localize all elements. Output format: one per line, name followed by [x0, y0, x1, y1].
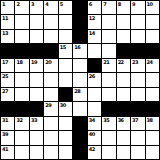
white-cell-r6c11[interactable] [146, 73, 159, 86]
white-cell-r6c1[interactable]: 25 [1, 73, 14, 86]
white-cell-r11c3[interactable] [30, 146, 43, 159]
black-cell-r4c4 [44, 44, 57, 57]
white-cell-r7c4[interactable] [44, 88, 57, 101]
white-cell-r9c10[interactable]: 37 [131, 117, 144, 130]
white-cell-r9c7[interactable]: 34 [88, 117, 101, 130]
white-cell-r1c10[interactable]: 9 [131, 1, 144, 14]
white-cell-r1c8[interactable]: 7 [102, 1, 115, 14]
white-cell-r1c3[interactable]: 3 [30, 1, 43, 14]
white-cell-r6c9[interactable] [117, 73, 130, 86]
black-cell-r8c10 [131, 102, 144, 115]
clue-number: 10 [147, 1, 153, 7]
white-cell-r9c4[interactable] [44, 117, 57, 130]
clue-number: 30 [60, 102, 66, 108]
clue-number: 19 [31, 59, 37, 65]
black-cell-r5c7 [88, 59, 101, 72]
white-cell-r7c1[interactable]: 27 [1, 88, 14, 101]
white-cell-r2c4[interactable] [44, 15, 57, 28]
white-cell-r10c2[interactable] [15, 131, 28, 144]
black-cell-r4c10 [131, 44, 144, 57]
clue-number: 18 [16, 59, 22, 65]
crossword-grid: 1234567891011121314151617181920212223242… [0, 0, 160, 160]
black-cell-r3c6 [73, 30, 86, 43]
white-cell-r6c8[interactable] [102, 73, 115, 86]
white-cell-r11c2[interactable] [15, 146, 28, 159]
black-cell-r8c11 [146, 102, 159, 115]
white-cell-r3c5[interactable] [59, 30, 72, 43]
white-cell-r3c1[interactable]: 13 [1, 30, 14, 43]
white-cell-r8c4[interactable]: 29 [44, 102, 57, 115]
white-cell-r10c3[interactable] [30, 131, 43, 144]
white-cell-r5c5[interactable] [59, 59, 72, 72]
white-cell-r11c8[interactable] [102, 146, 115, 159]
white-cell-r7c8[interactable] [102, 88, 115, 101]
white-cell-r6c2[interactable] [15, 73, 28, 86]
white-cell-r6c6[interactable] [73, 73, 86, 86]
white-cell-r6c7[interactable]: 26 [88, 73, 101, 86]
black-cell-r8c9 [117, 102, 130, 115]
white-cell-r10c7[interactable]: 40 [88, 131, 101, 144]
white-cell-r2c7[interactable]: 12 [88, 15, 101, 28]
white-cell-r7c9[interactable] [117, 88, 130, 101]
white-cell-r9c5[interactable] [59, 117, 72, 130]
white-cell-r10c11[interactable] [146, 131, 159, 144]
clue-number: 36 [118, 117, 124, 123]
white-cell-r11c10[interactable] [131, 146, 144, 159]
white-cell-r1c5[interactable]: 5 [59, 1, 72, 14]
white-cell-r5c8[interactable]: 21 [102, 59, 115, 72]
white-cell-r10c1[interactable]: 39 [1, 131, 14, 144]
clue-number: 1 [2, 1, 5, 7]
white-cell-r8c6[interactable] [73, 102, 86, 115]
clue-number: 23 [132, 59, 138, 65]
white-cell-r2c3[interactable] [30, 15, 43, 28]
white-cell-r5c6[interactable] [73, 59, 86, 72]
white-cell-r5c9[interactable]: 22 [117, 59, 130, 72]
white-cell-r2c10[interactable] [131, 15, 144, 28]
white-cell-r4c5[interactable]: 15 [59, 44, 72, 57]
white-cell-r10c4[interactable] [44, 131, 57, 144]
white-cell-r9c9[interactable]: 36 [117, 117, 130, 130]
white-cell-r11c4[interactable] [44, 146, 57, 159]
black-cell-r4c2 [15, 44, 28, 57]
clue-number: 7 [103, 1, 106, 7]
white-cell-r2c1[interactable]: 11 [1, 15, 14, 28]
black-cell-r8c3 [30, 102, 43, 115]
clue-number: 31 [2, 117, 8, 123]
white-cell-r11c5[interactable] [59, 146, 72, 159]
white-cell-r1c9[interactable]: 8 [117, 1, 130, 14]
white-cell-r1c11[interactable]: 10 [146, 1, 159, 14]
black-cell-r8c2 [15, 102, 28, 115]
white-cell-r9c1[interactable]: 31 [1, 117, 14, 130]
white-cell-r7c10[interactable] [131, 88, 144, 101]
white-cell-r11c7[interactable]: 42 [88, 146, 101, 159]
black-cell-r4c11 [146, 44, 159, 57]
clue-number: 2 [16, 1, 19, 7]
white-cell-r6c3[interactable] [30, 73, 43, 86]
white-cell-r6c10[interactable] [131, 73, 144, 86]
white-cell-r10c5[interactable] [59, 131, 72, 144]
white-cell-r1c7[interactable]: 6 [88, 1, 101, 14]
clue-number: 24 [147, 59, 153, 65]
white-cell-r1c4[interactable]: 4 [44, 1, 57, 14]
white-cell-r7c3[interactable] [30, 88, 43, 101]
clue-number: 9 [132, 1, 135, 7]
clue-number: 39 [2, 131, 8, 137]
white-cell-r3c8[interactable] [102, 30, 115, 43]
white-cell-r6c5[interactable] [59, 73, 72, 86]
clue-number: 37 [132, 117, 138, 123]
clue-number: 20 [45, 59, 51, 65]
white-cell-r2c8[interactable] [102, 15, 115, 28]
clue-number: 8 [118, 1, 121, 7]
clue-number: 35 [103, 117, 109, 123]
clue-number: 22 [118, 59, 124, 65]
white-cell-r2c9[interactable] [117, 15, 130, 28]
white-cell-r1c1[interactable]: 1 [1, 1, 14, 14]
clue-number: 17 [2, 59, 8, 65]
clue-number: 32 [16, 117, 22, 123]
white-cell-r10c8[interactable] [102, 131, 115, 144]
clue-number: 40 [89, 131, 95, 137]
clue-number: 34 [89, 117, 95, 123]
black-cell-r7c5 [59, 88, 72, 101]
white-cell-r4c8[interactable] [102, 44, 115, 57]
clue-number: 13 [2, 30, 8, 36]
black-cell-r4c1 [1, 44, 14, 57]
clue-number: 16 [74, 44, 80, 50]
white-cell-r8c7[interactable] [88, 102, 101, 115]
white-cell-r1c2[interactable]: 2 [15, 1, 28, 14]
clue-number: 4 [45, 1, 48, 7]
white-cell-r6c4[interactable] [44, 73, 57, 86]
white-cell-r7c7[interactable] [88, 88, 101, 101]
white-cell-r9c3[interactable]: 33 [30, 117, 43, 130]
white-cell-r10c10[interactable] [131, 131, 144, 144]
white-cell-r11c1[interactable]: 41 [1, 146, 14, 159]
white-cell-r11c9[interactable] [117, 146, 130, 159]
black-cell-r4c9 [117, 44, 130, 57]
clue-number: 21 [103, 59, 109, 65]
white-cell-r2c11[interactable] [146, 15, 159, 28]
white-cell-r4c6[interactable]: 16 [73, 44, 86, 57]
white-cell-r7c2[interactable] [15, 88, 28, 101]
clue-number: 28 [74, 88, 80, 94]
black-cell-r2c6 [73, 15, 86, 28]
clue-number: 5 [60, 1, 63, 7]
black-cell-r1c6 [73, 1, 86, 14]
clue-number: 29 [45, 102, 51, 108]
white-cell-r3c11[interactable] [146, 30, 159, 43]
white-cell-r7c11[interactable] [146, 88, 159, 101]
white-cell-r5c11[interactable]: 24 [146, 59, 159, 72]
white-cell-r8c5[interactable]: 30 [59, 102, 72, 115]
clue-number: 38 [147, 117, 153, 123]
clue-number: 41 [2, 146, 8, 152]
black-cell-r9c6 [73, 117, 86, 130]
clue-number: 25 [2, 73, 8, 79]
white-cell-r9c2[interactable]: 32 [15, 117, 28, 130]
white-cell-r10c9[interactable] [117, 131, 130, 144]
white-cell-r5c2[interactable]: 18 [15, 59, 28, 72]
white-cell-r3c7[interactable]: 14 [88, 30, 101, 43]
white-cell-r11c11[interactable] [146, 146, 159, 159]
white-cell-r5c1[interactable]: 17 [1, 59, 14, 72]
clue-number: 27 [2, 88, 8, 94]
white-cell-r3c9[interactable] [117, 30, 130, 43]
white-cell-r3c10[interactable] [131, 30, 144, 43]
clue-number: 3 [31, 1, 34, 7]
white-cell-r9c8[interactable]: 35 [102, 117, 115, 130]
white-cell-r2c2[interactable] [15, 15, 28, 28]
white-cell-r3c2[interactable] [15, 30, 28, 43]
black-cell-r8c1 [1, 102, 14, 115]
white-cell-r3c3[interactable] [30, 30, 43, 43]
clue-number: 26 [89, 73, 95, 79]
clue-number: 42 [89, 146, 95, 152]
white-cell-r5c3[interactable]: 19 [30, 59, 43, 72]
clue-number: 33 [31, 117, 37, 123]
clue-number: 12 [89, 15, 95, 21]
black-cell-r4c3 [30, 44, 43, 57]
white-cell-r2c5[interactable] [59, 15, 72, 28]
clue-number: 11 [2, 15, 8, 21]
clue-number: 14 [89, 30, 95, 36]
black-cell-r10c6 [73, 131, 86, 144]
clue-number: 6 [89, 1, 92, 7]
white-cell-r5c10[interactable]: 23 [131, 59, 144, 72]
clue-number: 15 [60, 44, 66, 50]
crossword-board-wrap: 1234567891011121314151617181920212223242… [0, 0, 160, 160]
white-cell-r9c11[interactable]: 38 [146, 117, 159, 130]
white-cell-r7c6[interactable]: 28 [73, 88, 86, 101]
black-cell-r11c6 [73, 146, 86, 159]
black-cell-r8c8 [102, 102, 115, 115]
white-cell-r5c4[interactable]: 20 [44, 59, 57, 72]
white-cell-r4c7[interactable] [88, 44, 101, 57]
white-cell-r3c4[interactable] [44, 30, 57, 43]
